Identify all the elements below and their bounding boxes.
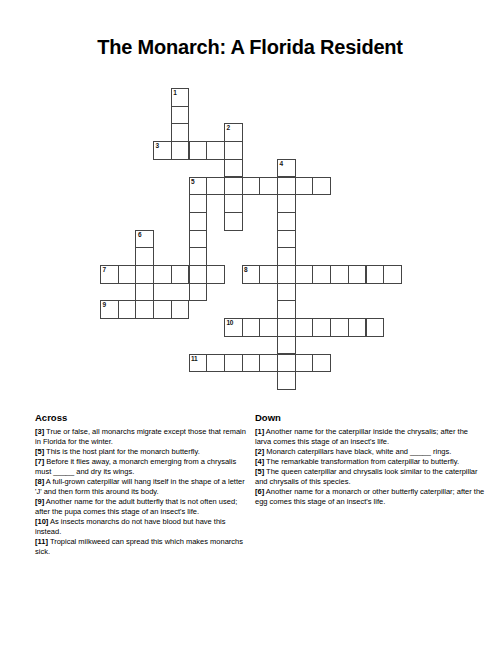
clue-across-8: [8] A full-grown caterpillar will hang i… <box>35 477 249 497</box>
grid-cell-r8c10[interactable] <box>277 230 296 249</box>
clue-number: [8] <box>35 477 44 486</box>
grid-cell-r12c1[interactable] <box>118 300 137 319</box>
grid-cell-r5c10[interactable] <box>277 177 296 196</box>
grid-cell-r13c12[interactable] <box>312 318 331 337</box>
grid-cell-r8c2[interactable]: 6 <box>135 230 154 249</box>
cell-number-3: 3 <box>156 142 159 150</box>
grid-cell-r5c8[interactable] <box>242 177 261 196</box>
clue-across-3: [3] True or false, all monarchs migrate … <box>35 427 249 447</box>
grid-cell-r5c6[interactable] <box>206 177 225 196</box>
grid-cell-r13c9[interactable] <box>259 318 278 337</box>
grid-cell-r15c6[interactable] <box>206 354 225 373</box>
grid-cell-r10c3[interactable] <box>153 265 172 284</box>
clue-number: [6] <box>255 487 264 496</box>
grid-cell-r3c3[interactable]: 3 <box>153 141 172 160</box>
puzzle-title: The Monarch: A Florida Resident <box>0 36 500 59</box>
cell-number-7: 7 <box>103 266 106 274</box>
grid-cell-r5c11[interactable] <box>295 177 314 196</box>
grid-cell-r16c10[interactable] <box>277 371 296 390</box>
cell-number-1: 1 <box>173 89 176 97</box>
grid-cell-r13c14[interactable] <box>348 318 367 337</box>
grid-cell-r15c10[interactable] <box>277 354 296 373</box>
grid-cell-r5c9[interactable] <box>259 177 278 196</box>
cell-number-11: 11 <box>191 355 197 363</box>
grid-cell-r12c2[interactable] <box>135 300 154 319</box>
grid-cell-r10c4[interactable] <box>171 265 190 284</box>
across-header: Across <box>35 412 249 423</box>
clue-across-9: [9] Another name for the adult butterfly… <box>35 497 249 517</box>
grid-cell-r13c11[interactable] <box>295 318 314 337</box>
grid-cell-r10c1[interactable] <box>118 265 137 284</box>
grid-cell-r10c11[interactable] <box>295 265 314 284</box>
clue-across-11: [11] Tropical milkweed can spread this w… <box>35 537 249 557</box>
clue-number: [1] <box>255 427 264 436</box>
clue-down-4: [4] The remarkable transformation from c… <box>255 457 486 467</box>
cell-number-5: 5 <box>191 178 194 186</box>
grid-cell-r11c10[interactable] <box>277 283 296 302</box>
grid-cell-r10c8[interactable]: 8 <box>242 265 261 284</box>
grid-cell-r12c3[interactable] <box>153 300 172 319</box>
grid-cell-r5c7[interactable] <box>224 177 243 196</box>
clue-number: [5] <box>35 447 44 456</box>
grid-cell-r3c4[interactable] <box>171 141 190 160</box>
cell-number-10: 10 <box>226 319 233 327</box>
grid-cell-r13c13[interactable] <box>330 318 349 337</box>
grid-cell-r11c5[interactable] <box>189 283 208 302</box>
clue-number: [4] <box>255 457 264 466</box>
across-clue-list: [3] True or false, all monarchs migrate … <box>35 427 249 557</box>
grid-cell-r12c0[interactable]: 9 <box>100 300 119 319</box>
grid-cell-r5c12[interactable] <box>312 177 331 196</box>
clue-number: [10] <box>35 517 48 526</box>
grid-cell-r10c12[interactable] <box>312 265 331 284</box>
grid-cell-r6c7[interactable] <box>224 194 243 213</box>
cell-number-8: 8 <box>244 266 247 274</box>
grid-cell-r4c7[interactable] <box>224 159 243 178</box>
crossword-worksheet: The Monarch: A Florida Resident 12345678… <box>0 0 500 647</box>
clue-down-1: [1] Another name for the caterpillar ins… <box>255 427 486 447</box>
grid-cell-r7c5[interactable] <box>189 212 208 231</box>
down-clues-section: Down [1] Another name for the caterpilla… <box>255 412 486 507</box>
grid-cell-r9c2[interactable] <box>135 247 154 266</box>
clue-number: [5] <box>255 467 264 476</box>
across-clues-section: Across [3] True or false, all monarchs m… <box>35 412 249 557</box>
grid-cell-r10c16[interactable] <box>383 265 402 284</box>
grid-cell-r6c5[interactable] <box>189 194 208 213</box>
grid-cell-r10c13[interactable] <box>330 265 349 284</box>
grid-cell-r10c10[interactable] <box>277 265 296 284</box>
grid-cell-r4c10[interactable]: 4 <box>277 159 296 178</box>
grid-cell-r15c8[interactable] <box>242 354 261 373</box>
grid-cell-r3c7[interactable] <box>224 141 243 160</box>
grid-cell-r15c11[interactable] <box>295 354 314 373</box>
grid-cell-r13c10[interactable] <box>277 318 296 337</box>
clue-number: [2] <box>255 447 264 456</box>
clue-number: [9] <box>35 497 44 506</box>
grid-cell-r8c5[interactable] <box>189 230 208 249</box>
grid-cell-r12c10[interactable] <box>277 300 296 319</box>
grid-cell-r5c5[interactable]: 5 <box>189 177 208 196</box>
grid-cell-r10c14[interactable] <box>348 265 367 284</box>
grid-cell-r15c12[interactable] <box>312 354 331 373</box>
grid-cell-r2c7[interactable]: 2 <box>224 123 243 142</box>
grid-cell-r7c10[interactable] <box>277 212 296 231</box>
clue-across-7: [7] Before it flies away, a monarch emer… <box>35 457 249 477</box>
clue-number: [7] <box>35 457 44 466</box>
clue-down-2: [2] Monarch caterpillars have black, whi… <box>255 447 486 457</box>
grid-cell-r15c7[interactable] <box>224 354 243 373</box>
grid-cell-r13c8[interactable] <box>242 318 261 337</box>
clue-number: [3] <box>35 427 44 436</box>
clue-number: [11] <box>35 537 48 546</box>
grid-cell-r9c5[interactable] <box>189 247 208 266</box>
grid-cell-r10c2[interactable] <box>135 265 154 284</box>
down-header: Down <box>255 412 486 423</box>
grid-cell-r10c9[interactable] <box>259 265 278 284</box>
clue-across-10: [10] As insects monarchs do not have blo… <box>35 517 249 537</box>
grid-cell-r12c4[interactable] <box>171 300 190 319</box>
grid-cell-r15c5[interactable]: 11 <box>189 354 208 373</box>
grid-cell-r0c4[interactable]: 1 <box>171 88 190 107</box>
cell-number-9: 9 <box>103 301 106 309</box>
grid-cell-r3c5[interactable] <box>189 141 208 160</box>
grid-cell-r9c10[interactable] <box>277 247 296 266</box>
grid-cell-r15c9[interactable] <box>259 354 278 373</box>
clue-across-5: [5] This is the host plant for the monar… <box>35 447 249 457</box>
grid-cell-r13c7[interactable]: 10 <box>224 318 243 337</box>
cell-number-6: 6 <box>138 231 141 239</box>
clue-down-5: [5] The queen caterpillar and chrysalis … <box>255 467 486 487</box>
grid-cell-r10c0[interactable]: 7 <box>100 265 119 284</box>
cell-number-4: 4 <box>280 160 283 168</box>
grid-cell-r10c6[interactable] <box>206 265 225 284</box>
grid-cell-r6c10[interactable] <box>277 194 296 213</box>
grid-cell-r3c6[interactable] <box>206 141 225 160</box>
grid-cell-r14c10[interactable] <box>277 336 296 355</box>
grid-cell-r1c4[interactable] <box>171 106 190 125</box>
clue-down-6: [6] Another name for a monarch or other … <box>255 487 486 507</box>
grid-cell-r13c15[interactable] <box>366 318 385 337</box>
grid-cell-r10c5[interactable] <box>189 265 208 284</box>
cell-number-2: 2 <box>226 124 229 132</box>
down-clue-list: [1] Another name for the caterpillar ins… <box>255 427 486 507</box>
grid-cell-r11c2[interactable] <box>135 283 154 302</box>
grid-cell-r10c15[interactable] <box>366 265 385 284</box>
grid-cell-r7c7[interactable] <box>224 212 243 231</box>
grid-cell-r2c4[interactable] <box>171 123 190 142</box>
crossword-grid: 1234567891011 <box>100 88 402 390</box>
